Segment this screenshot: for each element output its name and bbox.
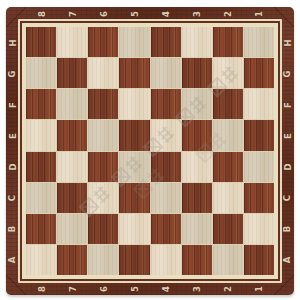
square-b6 [88,214,118,244]
square-g5 [119,58,149,88]
square-f6 [88,89,118,119]
square-d3 [182,152,212,182]
coord-cell-right-h: H [281,27,294,58]
file-labels-right: HGFEDCBA [281,27,294,275]
coord-label-right-e: E [283,133,293,139]
square-a2 [213,245,243,275]
coord-label-top-5: 5 [129,11,139,17]
square-a1 [244,245,274,275]
coord-label-top-2: 2 [222,11,232,17]
square-g1 [244,58,274,88]
square-d2 [213,152,243,182]
square-g4 [151,58,181,88]
square-b1 [244,214,274,244]
square-h1 [244,27,274,57]
square-a7 [57,245,87,275]
square-g3 [182,58,212,88]
square-a5 [119,245,149,275]
coord-label-top-6: 6 [98,11,108,17]
coord-label-bottom-1: 1 [253,286,263,292]
coord-label-bottom-3: 3 [191,286,201,292]
coord-cell-right-f: F [281,89,294,120]
frame-pinstripe-outer [18,19,282,283]
square-h6 [88,27,118,57]
square-c5 [119,183,149,213]
coord-label-right-f: F [283,102,293,108]
square-b2 [213,214,243,244]
coord-label-top-8: 8 [36,11,46,17]
square-b7 [57,214,87,244]
square-e7 [57,120,87,150]
coord-label-right-b: B [282,225,292,231]
square-e1 [244,120,274,150]
square-b5 [119,214,149,244]
rank-labels-bottom: 87654321 [26,282,274,295]
square-a6 [88,245,118,275]
square-h3 [182,27,212,57]
coord-cell-right-g: G [281,58,294,89]
square-b3 [182,214,212,244]
coord-label-top-1: 1 [253,11,263,17]
square-d1 [244,152,274,182]
square-c4 [151,183,181,213]
coord-cell-bottom-4: 4 [150,282,181,295]
square-h2 [213,27,243,57]
square-c2 [213,183,243,213]
square-h5 [119,27,149,57]
coord-label-bottom-8: 8 [36,286,46,292]
square-g7 [57,58,87,88]
coord-label-bottom-4: 4 [160,286,170,292]
square-c6 [88,183,118,213]
coord-label-right-c: C [283,194,293,200]
frame-pinstripe-dark [20,21,280,281]
photo-background: 87654321 87654321 HGFEDCBA HGFEDCBA [0,0,300,300]
coord-cell-right-e: E [281,120,294,151]
square-g8 [26,58,56,88]
coord-label-bottom-6: 6 [98,286,108,292]
coord-label-right-h: H [283,39,293,46]
coord-label-right-a: A [283,256,293,263]
coord-label-top-3: 3 [191,11,201,17]
coord-label-left-b: B [7,225,17,231]
square-e4 [151,120,181,150]
coord-label-bottom-2: 2 [222,286,232,292]
square-e3 [182,120,212,150]
coord-label-bottom-7: 7 [67,286,77,292]
square-f7 [57,89,87,119]
coord-label-left-d: D [8,163,18,170]
square-a4 [151,245,181,275]
square-d5 [119,152,149,182]
coord-cell-right-b: B [281,213,294,244]
coord-cell-right-c: C [281,182,294,213]
square-f5 [119,89,149,119]
square-b8 [26,214,56,244]
square-c1 [244,183,274,213]
square-g6 [88,58,118,88]
coord-cell-right-d: D [281,151,294,182]
square-d6 [88,152,118,182]
coord-label-right-g: G [282,70,292,77]
chessboard: 87654321 87654321 HGFEDCBA HGFEDCBA [6,7,294,295]
square-h8 [26,27,56,57]
coord-cell-bottom-2: 2 [212,282,243,295]
square-c3 [182,183,212,213]
square-d7 [57,152,87,182]
coord-label-top-7: 7 [67,11,77,17]
square-g2 [213,58,243,88]
square-f8 [26,89,56,119]
coord-label-left-f: F [8,102,18,108]
coord-label-right-d: D [283,163,293,170]
coord-label-left-h: H [8,39,18,46]
square-f4 [151,89,181,119]
square-h7 [57,27,87,57]
square-h4 [151,27,181,57]
coord-cell-bottom-5: 5 [119,282,150,295]
coord-label-left-a: A [8,256,18,263]
square-d4 [151,152,181,182]
square-c7 [57,183,87,213]
coord-label-left-c: C [8,194,18,200]
coord-label-left-e: E [8,133,18,139]
square-f2 [213,89,243,119]
coord-cell-bottom-3: 3 [181,282,212,295]
square-a8 [26,245,56,275]
coord-label-left-g: G [7,70,17,77]
square-e2 [213,120,243,150]
coord-cell-bottom-8: 8 [26,282,57,295]
coord-cell-bottom-7: 7 [57,282,88,295]
square-d8 [26,152,56,182]
square-b4 [151,214,181,244]
square-c8 [26,183,56,213]
playing-field [26,27,274,275]
coord-cell-right-a: A [281,244,294,275]
square-f1 [244,89,274,119]
frame-pinstripe-inner [22,23,278,279]
coord-cell-bottom-6: 6 [88,282,119,295]
square-e5 [119,120,149,150]
square-a3 [182,245,212,275]
square-f3 [182,89,212,119]
coord-cell-bottom-1: 1 [243,282,274,295]
square-e8 [26,120,56,150]
square-e6 [88,120,118,150]
coord-label-bottom-5: 5 [129,286,139,292]
coord-label-top-4: 4 [160,11,170,17]
